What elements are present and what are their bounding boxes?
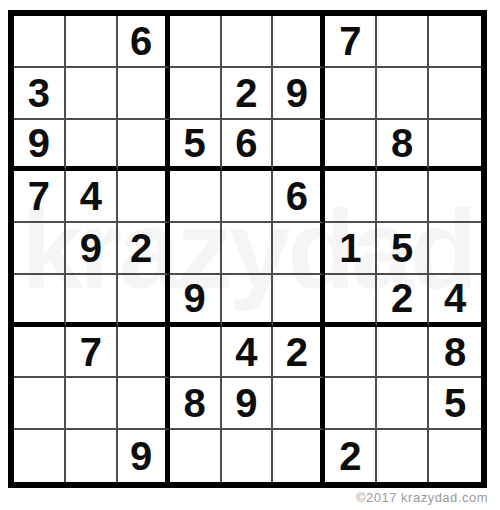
cell-r8c8[interactable] (377, 378, 429, 430)
cell-r2c5[interactable]: 2 (222, 68, 274, 120)
cell-r5c6[interactable] (273, 223, 325, 275)
cell-r3c4[interactable]: 5 (170, 120, 222, 172)
cell-r6c6[interactable] (273, 275, 325, 327)
cell-r1c7[interactable]: 7 (325, 16, 377, 68)
copyright-credit: ©2017 krazydad.com (356, 490, 488, 505)
cell-r1c2[interactable] (66, 16, 118, 68)
cell-r9c8[interactable] (377, 430, 429, 482)
cell-r8c2[interactable] (66, 378, 118, 430)
cell-r6c5[interactable] (222, 275, 274, 327)
cell-r8c6[interactable] (273, 378, 325, 430)
cell-r8c1[interactable] (14, 378, 66, 430)
cell-r8c5[interactable]: 9 (222, 378, 274, 430)
cell-r4c9[interactable] (429, 171, 481, 223)
cell-r2c9[interactable] (429, 68, 481, 120)
cell-r5c7[interactable]: 1 (325, 223, 377, 275)
cell-r4c2[interactable]: 4 (66, 171, 118, 223)
cell-r5c2[interactable]: 9 (66, 223, 118, 275)
cell-r4c1[interactable]: 7 (14, 171, 66, 223)
cell-r7c3[interactable] (118, 327, 170, 379)
cell-r1c1[interactable] (14, 16, 66, 68)
cell-r1c9[interactable] (429, 16, 481, 68)
cell-r4c5[interactable] (222, 171, 274, 223)
cell-r3c5[interactable]: 6 (222, 120, 274, 172)
cell-r7c1[interactable] (14, 327, 66, 379)
cell-r7c5[interactable]: 4 (222, 327, 274, 379)
cell-r3c2[interactable] (66, 120, 118, 172)
cell-r2c7[interactable] (325, 68, 377, 120)
cell-r1c8[interactable] (377, 16, 429, 68)
cell-r7c7[interactable] (325, 327, 377, 379)
cell-r5c4[interactable] (170, 223, 222, 275)
cell-r1c3[interactable]: 6 (118, 16, 170, 68)
cell-r9c7[interactable]: 2 (325, 430, 377, 482)
cell-r3c9[interactable] (429, 120, 481, 172)
cell-r4c8[interactable] (377, 171, 429, 223)
cell-r4c4[interactable] (170, 171, 222, 223)
cell-r8c4[interactable]: 8 (170, 378, 222, 430)
cell-r7c4[interactable] (170, 327, 222, 379)
cell-r3c3[interactable] (118, 120, 170, 172)
cell-r3c6[interactable] (273, 120, 325, 172)
cell-r7c9[interactable]: 8 (429, 327, 481, 379)
cell-r9c9[interactable] (429, 430, 481, 482)
cell-r6c2[interactable] (66, 275, 118, 327)
cell-r9c4[interactable] (170, 430, 222, 482)
cell-r2c4[interactable] (170, 68, 222, 120)
cell-r4c3[interactable] (118, 171, 170, 223)
cell-r9c6[interactable] (273, 430, 325, 482)
cell-r7c2[interactable]: 7 (66, 327, 118, 379)
cell-r3c1[interactable]: 9 (14, 120, 66, 172)
cell-r6c4[interactable]: 9 (170, 275, 222, 327)
cell-r5c9[interactable] (429, 223, 481, 275)
cell-r8c7[interactable] (325, 378, 377, 430)
cell-r6c1[interactable] (14, 275, 66, 327)
cell-r5c5[interactable] (222, 223, 274, 275)
cell-r9c1[interactable] (14, 430, 66, 482)
cell-r1c4[interactable] (170, 16, 222, 68)
cell-r7c8[interactable] (377, 327, 429, 379)
cell-r1c5[interactable] (222, 16, 274, 68)
cell-r4c6[interactable]: 6 (273, 171, 325, 223)
cell-r2c3[interactable] (118, 68, 170, 120)
cell-r6c8[interactable]: 2 (377, 275, 429, 327)
cell-r6c9[interactable]: 4 (429, 275, 481, 327)
cell-r6c7[interactable] (325, 275, 377, 327)
cell-r8c9[interactable]: 5 (429, 378, 481, 430)
cell-r6c3[interactable] (118, 275, 170, 327)
cell-r3c7[interactable] (325, 120, 377, 172)
sudoku-board: krazydad 6732995687469215924742889592 (8, 10, 487, 488)
cell-r7c6[interactable]: 2 (273, 327, 325, 379)
cell-r9c2[interactable] (66, 430, 118, 482)
cell-r4c7[interactable] (325, 171, 377, 223)
cell-r9c3[interactable]: 9 (118, 430, 170, 482)
cell-r5c3[interactable]: 2 (118, 223, 170, 275)
cell-r2c6[interactable]: 9 (273, 68, 325, 120)
cell-r2c1[interactable]: 3 (14, 68, 66, 120)
cell-r3c8[interactable]: 8 (377, 120, 429, 172)
cell-r1c6[interactable] (273, 16, 325, 68)
cell-r2c2[interactable] (66, 68, 118, 120)
cell-r5c8[interactable]: 5 (377, 223, 429, 275)
cell-r8c3[interactable] (118, 378, 170, 430)
cell-r5c1[interactable] (14, 223, 66, 275)
cell-r9c5[interactable] (222, 430, 274, 482)
cell-r2c8[interactable] (377, 68, 429, 120)
